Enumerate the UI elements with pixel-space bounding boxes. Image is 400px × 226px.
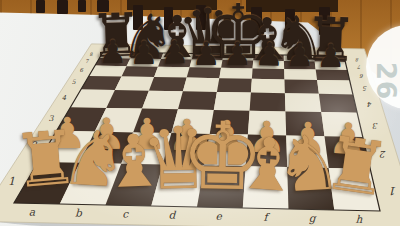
piece-black-pawn-g7: ♟	[285, 39, 314, 71]
piece-black-pawn-c7: ♟	[160, 36, 190, 69]
piece-black-pawn-d7: ♟	[192, 37, 221, 69]
chess-photo-scene: abcdefghabcdefgh1234567812345678 ♜♞♝♛♚♝♞…	[0, 0, 400, 226]
piece-black-pawn-a7: ♟	[98, 36, 127, 68]
piece-black-pawn-e7: ♟	[223, 38, 252, 70]
pieces-layer: ♜♞♝♛♚♝♞♜♟♟♟♟♟♟♟♟♟♟♟♟♟♟♟♟♜♞♝♛♚♝♞♜	[0, 0, 400, 226]
piece-black-pawn-h7: ♟	[316, 39, 345, 71]
piece-white-rook-h1: ♜	[319, 125, 395, 207]
piece-black-pawn-f7: ♟	[254, 38, 284, 71]
watermark-text: 26	[368, 63, 400, 99]
piece-black-pawn-b7: ♟	[129, 36, 158, 68]
